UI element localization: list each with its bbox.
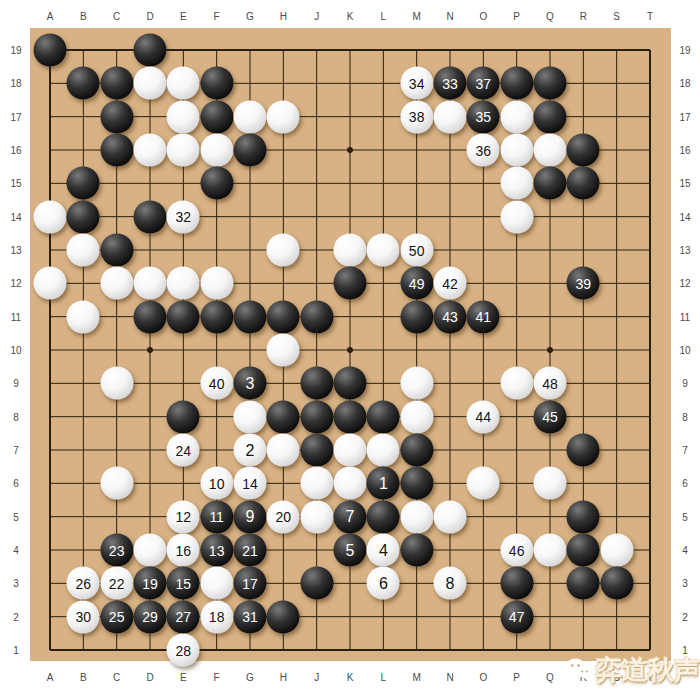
stone-white-K7 bbox=[334, 434, 367, 467]
stone-black-J9 bbox=[300, 367, 333, 400]
stone-white-H17 bbox=[267, 100, 300, 133]
move-number: 30 bbox=[76, 610, 92, 624]
stone-black-E8 bbox=[167, 400, 200, 433]
stone-white-O8: 44 bbox=[467, 400, 500, 433]
stone-black-E2: 27 bbox=[167, 600, 200, 633]
stone-black-E3: 15 bbox=[167, 567, 200, 600]
stone-white-N5 bbox=[434, 500, 467, 533]
stone-white-E12 bbox=[167, 267, 200, 300]
move-number: 31 bbox=[242, 610, 258, 624]
move-number: 33 bbox=[442, 76, 458, 90]
stone-white-M5 bbox=[400, 500, 433, 533]
stone-black-D2: 29 bbox=[134, 600, 167, 633]
stone-black-O11: 41 bbox=[467, 300, 500, 333]
stone-black-P3 bbox=[500, 567, 533, 600]
move-number: 44 bbox=[476, 410, 492, 424]
move-number: 26 bbox=[76, 576, 92, 590]
stone-white-F3 bbox=[200, 567, 233, 600]
move-number: 37 bbox=[476, 76, 492, 90]
move-number: 12 bbox=[176, 510, 192, 524]
stone-black-M12: 49 bbox=[400, 267, 433, 300]
move-number: 28 bbox=[176, 643, 192, 657]
stone-black-M6 bbox=[400, 467, 433, 500]
move-number: 24 bbox=[176, 443, 192, 457]
move-number: 16 bbox=[176, 543, 192, 557]
stone-black-C4: 23 bbox=[100, 534, 133, 567]
move-number: 40 bbox=[209, 376, 225, 390]
stone-white-A14 bbox=[34, 200, 67, 233]
stone-black-G2: 31 bbox=[234, 600, 267, 633]
stone-white-Q4 bbox=[534, 534, 567, 567]
stone-white-H13 bbox=[267, 234, 300, 267]
stone-black-F4: 13 bbox=[200, 534, 233, 567]
stone-white-L3: 6 bbox=[367, 567, 400, 600]
move-number: 32 bbox=[176, 210, 192, 224]
stone-white-F9: 40 bbox=[200, 367, 233, 400]
stone-white-C12 bbox=[100, 267, 133, 300]
stone-white-B3: 26 bbox=[67, 567, 100, 600]
stone-white-P9 bbox=[500, 367, 533, 400]
stone-white-P15 bbox=[500, 167, 533, 200]
stone-white-F2: 18 bbox=[200, 600, 233, 633]
stone-white-N17 bbox=[434, 100, 467, 133]
move-number: 3 bbox=[246, 375, 255, 391]
move-number: 45 bbox=[542, 410, 558, 424]
stone-black-E11 bbox=[167, 300, 200, 333]
move-number: 10 bbox=[209, 476, 225, 490]
move-number: 35 bbox=[476, 110, 492, 124]
stone-black-G5: 9 bbox=[234, 500, 267, 533]
stone-black-H11 bbox=[267, 300, 300, 333]
stone-white-Q6 bbox=[534, 467, 567, 500]
stone-white-S4 bbox=[600, 534, 633, 567]
stone-black-J7 bbox=[300, 434, 333, 467]
stone-white-J6 bbox=[300, 467, 333, 500]
stones-layer: 3433373835363250494239434140348444524210… bbox=[0, 0, 700, 700]
move-number: 29 bbox=[142, 610, 158, 624]
stone-black-R4 bbox=[567, 534, 600, 567]
stone-black-R16 bbox=[567, 134, 600, 167]
stone-black-K8 bbox=[334, 400, 367, 433]
stone-white-O16: 36 bbox=[467, 134, 500, 167]
move-number: 13 bbox=[209, 543, 225, 557]
stone-white-H5: 20 bbox=[267, 500, 300, 533]
stone-black-Q17 bbox=[534, 100, 567, 133]
move-number: 23 bbox=[109, 543, 125, 557]
stone-black-D14 bbox=[134, 200, 167, 233]
stone-black-J11 bbox=[300, 300, 333, 333]
stone-black-S3 bbox=[600, 567, 633, 600]
watermark: 弈道秋声 bbox=[564, 648, 700, 692]
stone-white-K13 bbox=[334, 234, 367, 267]
stone-white-L13 bbox=[367, 234, 400, 267]
stone-white-Q9: 48 bbox=[534, 367, 567, 400]
stone-black-B14 bbox=[67, 200, 100, 233]
stone-white-C3: 22 bbox=[100, 567, 133, 600]
move-number: 20 bbox=[276, 510, 292, 524]
move-number: 9 bbox=[246, 509, 255, 525]
move-number: 38 bbox=[409, 110, 425, 124]
move-number: 21 bbox=[242, 543, 258, 557]
stone-white-D4 bbox=[134, 534, 167, 567]
stone-white-D16 bbox=[134, 134, 167, 167]
stone-white-E18 bbox=[167, 67, 200, 100]
stone-black-M4 bbox=[400, 534, 433, 567]
stone-white-P4: 46 bbox=[500, 534, 533, 567]
move-number: 4 bbox=[379, 542, 388, 558]
move-number: 14 bbox=[242, 476, 258, 490]
stone-black-F17 bbox=[200, 100, 233, 133]
stone-white-P17 bbox=[500, 100, 533, 133]
stone-black-F11 bbox=[200, 300, 233, 333]
move-number: 50 bbox=[409, 243, 425, 257]
go-diagram-page: ABCDEFGHJKLMNOPQRST ABCDEFGHJKLMNOPQRST … bbox=[0, 0, 700, 700]
stone-black-K9 bbox=[334, 367, 367, 400]
stone-black-M11 bbox=[400, 300, 433, 333]
stone-white-F16 bbox=[200, 134, 233, 167]
stone-black-C2: 25 bbox=[100, 600, 133, 633]
stone-white-C6 bbox=[100, 467, 133, 500]
watermark-text: 弈道秋声 bbox=[596, 653, 700, 688]
stone-white-B11 bbox=[67, 300, 100, 333]
stone-white-G6: 14 bbox=[234, 467, 267, 500]
move-number: 1 bbox=[379, 475, 388, 491]
stone-white-B2: 30 bbox=[67, 600, 100, 633]
stone-black-N11: 43 bbox=[434, 300, 467, 333]
move-number: 17 bbox=[242, 576, 258, 590]
stone-black-M7 bbox=[400, 434, 433, 467]
stone-white-G17 bbox=[234, 100, 267, 133]
stone-white-H7 bbox=[267, 434, 300, 467]
move-number: 48 bbox=[542, 376, 558, 390]
stone-white-M9 bbox=[400, 367, 433, 400]
stone-black-P2: 47 bbox=[500, 600, 533, 633]
stone-black-H8 bbox=[267, 400, 300, 433]
stone-white-O6 bbox=[467, 467, 500, 500]
move-number: 19 bbox=[142, 576, 158, 590]
stone-white-M18: 34 bbox=[400, 67, 433, 100]
stone-black-F18 bbox=[200, 67, 233, 100]
stone-white-E7: 24 bbox=[167, 434, 200, 467]
move-number: 2 bbox=[246, 442, 255, 458]
stone-black-G3: 17 bbox=[234, 567, 267, 600]
stone-black-R15 bbox=[567, 167, 600, 200]
stone-white-C9 bbox=[100, 367, 133, 400]
move-number: 7 bbox=[346, 509, 355, 525]
stone-black-G16 bbox=[234, 134, 267, 167]
stone-white-F12 bbox=[200, 267, 233, 300]
move-number: 18 bbox=[209, 610, 225, 624]
move-number: 47 bbox=[509, 610, 525, 624]
move-number: 43 bbox=[442, 310, 458, 324]
stone-black-R3 bbox=[567, 567, 600, 600]
stone-black-R7 bbox=[567, 434, 600, 467]
move-number: 36 bbox=[476, 143, 492, 157]
stone-black-C17 bbox=[100, 100, 133, 133]
stone-white-E16 bbox=[167, 134, 200, 167]
move-number: 34 bbox=[409, 76, 425, 90]
stone-white-M13: 50 bbox=[400, 234, 433, 267]
stone-white-G7: 2 bbox=[234, 434, 267, 467]
stone-black-D19 bbox=[134, 34, 167, 67]
stone-black-K12 bbox=[334, 267, 367, 300]
move-number: 25 bbox=[109, 610, 125, 624]
move-number: 6 bbox=[379, 575, 388, 591]
move-number: 5 bbox=[346, 542, 355, 558]
stone-black-K5: 7 bbox=[334, 500, 367, 533]
move-number: 46 bbox=[509, 543, 525, 557]
stone-black-B15 bbox=[67, 167, 100, 200]
stone-black-K4: 5 bbox=[334, 534, 367, 567]
move-number: 8 bbox=[446, 575, 455, 591]
stone-white-E14: 32 bbox=[167, 200, 200, 233]
move-number: 15 bbox=[176, 576, 192, 590]
stone-white-E1: 28 bbox=[167, 634, 200, 667]
stone-black-J3 bbox=[300, 567, 333, 600]
move-number: 39 bbox=[576, 276, 592, 290]
move-number: 11 bbox=[209, 510, 224, 524]
stone-black-A19 bbox=[34, 34, 67, 67]
stone-white-L7 bbox=[367, 434, 400, 467]
stone-black-Q18 bbox=[534, 67, 567, 100]
stone-white-J5 bbox=[300, 500, 333, 533]
wechat-icon bbox=[564, 651, 593, 689]
stone-white-G8 bbox=[234, 400, 267, 433]
stone-white-N3: 8 bbox=[434, 567, 467, 600]
stone-black-F5: 11 bbox=[200, 500, 233, 533]
stone-black-D3: 19 bbox=[134, 567, 167, 600]
stone-black-B18 bbox=[67, 67, 100, 100]
stone-white-L4: 4 bbox=[367, 534, 400, 567]
move-number: 42 bbox=[442, 276, 458, 290]
move-number: 27 bbox=[176, 610, 192, 624]
stone-black-C16 bbox=[100, 134, 133, 167]
stone-black-P18 bbox=[500, 67, 533, 100]
stone-white-P16 bbox=[500, 134, 533, 167]
stone-black-L6: 1 bbox=[367, 467, 400, 500]
stone-black-Q8: 45 bbox=[534, 400, 567, 433]
stone-white-P14 bbox=[500, 200, 533, 233]
stone-black-F15 bbox=[200, 167, 233, 200]
stone-black-C18 bbox=[100, 67, 133, 100]
stone-black-C13 bbox=[100, 234, 133, 267]
stone-white-K6 bbox=[334, 467, 367, 500]
stone-black-G9: 3 bbox=[234, 367, 267, 400]
stone-white-E17 bbox=[167, 100, 200, 133]
stone-black-O18: 37 bbox=[467, 67, 500, 100]
stone-black-L5 bbox=[367, 500, 400, 533]
move-number: 49 bbox=[409, 276, 425, 290]
move-number: 41 bbox=[476, 310, 492, 324]
stone-white-M8 bbox=[400, 400, 433, 433]
stone-white-D12 bbox=[134, 267, 167, 300]
stone-white-D18 bbox=[134, 67, 167, 100]
stone-white-H10 bbox=[267, 334, 300, 367]
stone-black-G11 bbox=[234, 300, 267, 333]
stone-white-B13 bbox=[67, 234, 100, 267]
move-number: 22 bbox=[109, 576, 125, 590]
stone-white-E4: 16 bbox=[167, 534, 200, 567]
stone-black-O17: 35 bbox=[467, 100, 500, 133]
stone-white-M17: 38 bbox=[400, 100, 433, 133]
stone-black-D11 bbox=[134, 300, 167, 333]
stone-black-Q15 bbox=[534, 167, 567, 200]
stone-black-G4: 21 bbox=[234, 534, 267, 567]
stone-white-N12: 42 bbox=[434, 267, 467, 300]
stone-black-R12: 39 bbox=[567, 267, 600, 300]
stone-black-J8 bbox=[300, 400, 333, 433]
stone-white-F6: 10 bbox=[200, 467, 233, 500]
stone-black-R5 bbox=[567, 500, 600, 533]
stone-white-E5: 12 bbox=[167, 500, 200, 533]
stone-black-L8 bbox=[367, 400, 400, 433]
stone-black-N18: 33 bbox=[434, 67, 467, 100]
stone-white-A12 bbox=[34, 267, 67, 300]
stone-white-Q16 bbox=[534, 134, 567, 167]
stone-black-H2 bbox=[267, 600, 300, 633]
